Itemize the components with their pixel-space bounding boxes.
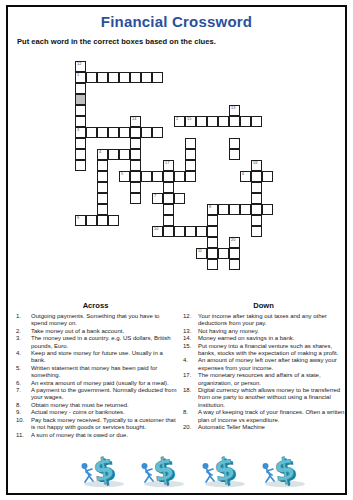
clue-item: 13.Not having any money.: [181, 328, 346, 335]
clue-number-label: 18: [253, 161, 257, 165]
grid-cell[interactable]: [251, 193, 262, 204]
clue-item: 20.Automatic Teller Machine: [181, 424, 346, 431]
clue-item-text: Your income after taking out taxes and a…: [194, 313, 346, 328]
clue-item-text: Put money into a financial venture such …: [194, 343, 346, 358]
clue-item-number: 20.: [181, 424, 194, 431]
clue-item-text: The money used in a country. e.g. US dol…: [27, 335, 177, 350]
grid-cell[interactable]: [152, 72, 163, 83]
grid-cell[interactable]: [163, 171, 174, 182]
clue-item: 14.Money earned on savings in a bank.: [181, 335, 346, 342]
grid-cell[interactable]: [207, 237, 218, 248]
worksheet-page: Financial Crossword Put each word in the…: [0, 0, 353, 500]
grid-cell[interactable]: [207, 116, 218, 127]
across-header: Across: [14, 301, 177, 310]
grid-cell[interactable]: [218, 248, 229, 259]
grid-cell[interactable]: [97, 72, 108, 83]
grid-cell[interactable]: [97, 182, 108, 193]
clue-item: 8.A way of keeping track of your finance…: [181, 409, 346, 424]
clue-item-text: A sum of money that is owed or due.: [27, 432, 177, 439]
page-subtitle: Put each word in the correct boxes based…: [17, 37, 216, 46]
dollar-sign-cartoon-icon: $$: [75, 451, 127, 489]
grid-cell[interactable]: 6: [240, 171, 251, 182]
clue-item: 8.Obtain money that must be returned.: [14, 402, 177, 409]
clue-item: 10.Pay back money received. Typically to…: [14, 417, 177, 432]
across-clues-column: Across 1.Outgoing payments. Something th…: [14, 301, 177, 439]
clue-item-text: An amount of money left over after takin…: [194, 357, 346, 372]
grid-cell[interactable]: 17: [163, 160, 174, 171]
grid-cell[interactable]: [97, 215, 108, 226]
clue-item: 18.Digital currency which allows money t…: [181, 387, 346, 409]
grid-cell[interactable]: [251, 204, 262, 215]
clue-number-label: 5: [121, 172, 123, 176]
down-header: Down: [181, 301, 346, 310]
grid-cell[interactable]: [163, 226, 174, 237]
clue-number-label: 9: [77, 216, 79, 220]
grid-cell[interactable]: [163, 182, 174, 193]
clue-item-number: 18.: [181, 387, 194, 409]
grid-cell[interactable]: [75, 138, 86, 149]
grid-cell[interactable]: [130, 127, 141, 138]
clue-number-label: 8: [209, 205, 211, 209]
clue-item-text: An extra amount of money paid (usually f…: [27, 380, 177, 387]
grid-cell[interactable]: [108, 72, 119, 83]
grid-cell[interactable]: [97, 171, 108, 182]
grid-cell[interactable]: [97, 160, 108, 171]
clue-item-number: 13.: [181, 328, 194, 335]
grid-cell[interactable]: [196, 116, 207, 127]
dollar-sign-cartoon-icon: $$: [135, 451, 187, 489]
grid-cell[interactable]: [240, 116, 251, 127]
grid-cell[interactable]: [185, 138, 196, 149]
clue-item: 3.The money used in a country. e.g. US d…: [14, 335, 177, 350]
grid-space-cell: [75, 94, 86, 105]
grid-cell[interactable]: 10: [152, 226, 163, 237]
grid-cell[interactable]: 2: [174, 116, 185, 127]
grid-cell[interactable]: 14: [130, 116, 141, 127]
grid-cell[interactable]: 9: [75, 215, 86, 226]
grid-cell[interactable]: [207, 248, 218, 259]
grid-cell[interactable]: 15: [185, 116, 196, 127]
grid-cell[interactable]: [251, 226, 262, 237]
clue-item: 5.Written statement that money has been …: [14, 365, 177, 380]
clue-item-text: Outgoing payments. Something that you ha…: [27, 313, 177, 328]
clue-item: 4.Keep and store money for future use. U…: [14, 350, 177, 365]
grid-cell[interactable]: [163, 215, 174, 226]
grid-cell[interactable]: [218, 204, 229, 215]
clue-number-label: 15: [187, 117, 191, 121]
grid-cell[interactable]: [185, 226, 196, 237]
clue-item-number: 4.: [181, 357, 194, 372]
grid-cell[interactable]: 11: [196, 248, 207, 259]
grid-cell[interactable]: [97, 204, 108, 215]
grid-cell[interactable]: [75, 160, 86, 171]
grid-cell[interactable]: 13: [229, 105, 240, 116]
grid-cell[interactable]: [97, 127, 108, 138]
grid-cell[interactable]: 8: [207, 204, 218, 215]
clue-item: 2.Take money out of a bank account.: [14, 328, 177, 335]
clue-item: 7.A payment to the government. Normally …: [14, 387, 177, 402]
clue-item-number: 11.: [14, 432, 27, 439]
grid-cell[interactable]: [218, 116, 229, 127]
clue-item-text: The monetary resources and affairs of a …: [194, 372, 346, 387]
clue-item-number: 10.: [14, 417, 27, 432]
clue-number-label: 14: [132, 117, 136, 121]
grid-cell[interactable]: [130, 193, 141, 204]
clue-number-label: 20: [231, 238, 235, 242]
grid-cell[interactable]: [108, 215, 119, 226]
clue-item: 4.An amount of money left over after tak…: [181, 357, 346, 372]
grid-cell[interactable]: [229, 138, 240, 149]
grid-cell[interactable]: [163, 193, 174, 204]
clue-item-text: A payment to the government. Normally de…: [27, 387, 177, 402]
clue-number-label: 11: [198, 249, 202, 253]
grid-cell[interactable]: [130, 149, 141, 160]
grid-cell[interactable]: [130, 160, 141, 171]
grid-cell[interactable]: [75, 116, 86, 127]
grid-cell[interactable]: [130, 72, 141, 83]
grid-cell[interactable]: [262, 171, 273, 182]
clue-item-number: 12.: [181, 313, 194, 328]
grid-cell[interactable]: [152, 171, 163, 182]
grid-cell[interactable]: [229, 248, 240, 259]
clue-item-text: Digital currency which allows money to b…: [194, 387, 346, 409]
grid-cell[interactable]: [185, 149, 196, 160]
clue-item-number: 8.: [181, 409, 194, 424]
dollar-sign-cartoon-icon: $$: [196, 451, 248, 489]
grid-cell[interactable]: 3: [75, 127, 86, 138]
clue-number-label: 1: [77, 73, 79, 77]
grid-cell[interactable]: [75, 105, 86, 116]
clue-item-number: 8.: [14, 402, 27, 409]
clue-item: 17.The monetary resources and affairs of…: [181, 372, 346, 387]
grid-cell[interactable]: [119, 127, 130, 138]
clue-item-number: 14.: [181, 335, 194, 342]
grid-cell[interactable]: 12: [75, 61, 86, 72]
clue-item-number: 17.: [181, 372, 194, 387]
grid-cell[interactable]: [251, 171, 262, 182]
grid-cell[interactable]: [141, 72, 152, 83]
grid-cell[interactable]: 4: [97, 149, 108, 160]
grid-cell[interactable]: [97, 193, 108, 204]
grid-cell[interactable]: [86, 72, 97, 83]
grid-cell[interactable]: [229, 116, 240, 127]
grid-cell[interactable]: 1: [75, 72, 86, 83]
grid-cell[interactable]: [185, 171, 196, 182]
grid-cell[interactable]: [75, 149, 86, 160]
clue-item: 9.Actual money - coins or banknotes.: [14, 409, 177, 416]
clue-item-number: 5.: [14, 365, 27, 380]
grid-cell[interactable]: 7: [152, 193, 163, 204]
clue-number-label: 17: [165, 161, 169, 165]
clue-number-label: 10: [154, 227, 158, 231]
grid-cell[interactable]: [141, 171, 152, 182]
grid-cell[interactable]: [75, 83, 86, 94]
grid-cell[interactable]: [130, 171, 141, 182]
grid-cell[interactable]: [207, 226, 218, 237]
grid-cell[interactable]: [119, 149, 130, 160]
clue-number-label: 4: [99, 150, 101, 154]
clue-item: 1.Outgoing payments. Something that you …: [14, 313, 177, 328]
grid-cell[interactable]: [174, 171, 185, 182]
grid-cell[interactable]: 20: [229, 237, 240, 248]
clue-item-number: 7.: [14, 387, 27, 402]
clue-item: 6.An extra amount of money paid (usually…: [14, 380, 177, 387]
clue-item-text: Automatic Teller Machine: [194, 424, 346, 431]
clue-item-number: 6.: [14, 380, 27, 387]
grid-cell[interactable]: [240, 204, 251, 215]
crossword-grid: 121131421534171856789102011: [75, 61, 273, 270]
clue-item-text: Written statement that money has been pa…: [27, 365, 177, 380]
decorations-row: $$$$$$$$: [0, 451, 353, 489]
grid-cell[interactable]: [229, 204, 240, 215]
clue-item-text: Not having any money.: [194, 328, 346, 335]
page-title: Financial Crossword: [0, 13, 353, 30]
clue-number-label: 13: [231, 106, 235, 110]
dollar-sign-cartoon-icon: $$: [256, 451, 308, 489]
grid-cell[interactable]: [207, 259, 218, 270]
clue-number-label: 6: [242, 172, 244, 176]
clue-item-text: Money earned on savings in a bank.: [194, 335, 346, 342]
grid-cell[interactable]: [152, 127, 163, 138]
grid-cell[interactable]: 5: [119, 171, 130, 182]
grid-cell[interactable]: [251, 116, 262, 127]
grid-cell[interactable]: [229, 259, 240, 270]
grid-cell[interactable]: [108, 127, 119, 138]
clue-item-number: 15.: [181, 343, 194, 358]
clue-number-label: 7: [154, 194, 156, 198]
clue-item-text: Keep and store money for future use. Usu…: [27, 350, 177, 365]
grid-cell[interactable]: [229, 149, 240, 160]
clue-item-text: Actual money - coins or banknotes.: [27, 409, 177, 416]
clue-item: 12.Your income after taking out taxes an…: [181, 313, 346, 328]
clue-item-text: Take money out of a bank account.: [27, 328, 177, 335]
clue-item-number: 2.: [14, 328, 27, 335]
down-clues-column: Down 12.Your income after taking out tax…: [181, 301, 346, 432]
clue-item-text: A way of keeping track of your finances.…: [194, 409, 346, 424]
grid-cell[interactable]: [262, 204, 273, 215]
grid-cell[interactable]: [86, 215, 97, 226]
grid-cell[interactable]: [196, 226, 207, 237]
grid-cell[interactable]: [174, 193, 185, 204]
grid-cell[interactable]: [163, 204, 174, 215]
grid-cell[interactable]: [185, 160, 196, 171]
clue-item: 11.A sum of money that is owed or due.: [14, 432, 177, 439]
clue-item-number: 1.: [14, 313, 27, 328]
down-clue-list: 12.Your income after taking out taxes an…: [181, 313, 346, 432]
clue-item-number: 4.: [14, 350, 27, 365]
grid-cell[interactable]: [108, 149, 119, 160]
across-clue-list: 1.Outgoing payments. Something that you …: [14, 313, 177, 439]
clue-number-label: 2: [176, 117, 178, 121]
grid-cell[interactable]: [119, 72, 130, 83]
grid-cell[interactable]: [251, 182, 262, 193]
clue-number-label: 12: [77, 62, 81, 66]
grid-cell[interactable]: [141, 127, 152, 138]
grid-cell[interactable]: [207, 215, 218, 226]
clue-number-label: 3: [77, 128, 79, 132]
grid-cell[interactable]: [86, 127, 97, 138]
grid-cell[interactable]: [130, 138, 141, 149]
clue-item-text: Obtain money that must be returned.: [27, 402, 177, 409]
grid-cell[interactable]: 18: [251, 160, 262, 171]
clue-item: 15.Put money into a financial venture su…: [181, 343, 346, 358]
grid-cell[interactable]: [174, 226, 185, 237]
clue-item-text: Pay back money received. Typically to a …: [27, 417, 177, 432]
clue-item-number: 3.: [14, 335, 27, 350]
clue-item-number: 9.: [14, 409, 27, 416]
grid-cell[interactable]: [251, 215, 262, 226]
grid-cell[interactable]: [130, 182, 141, 193]
